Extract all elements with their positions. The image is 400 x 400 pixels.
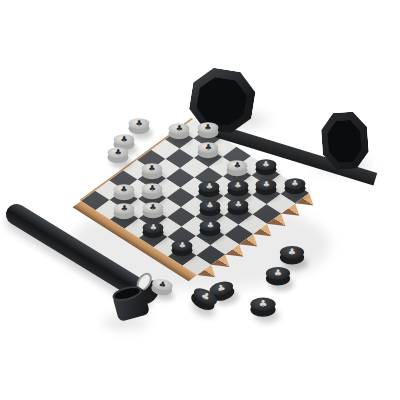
- knot-logo-symbol: ♣: [274, 267, 282, 280]
- checker-dark-r4c5[interactable]: ♣: [199, 200, 220, 216]
- knot-logo-symbol: ♣: [176, 123, 183, 134]
- knot-logo-symbol: ♣: [205, 142, 212, 153]
- checker-light-r1c2[interactable]: ♣: [198, 142, 219, 158]
- checker-top-face: ♣: [266, 267, 290, 280]
- knot-logo-symbol: ♣: [135, 118, 142, 129]
- checker-dark-offboard-2[interactable]: ♣: [250, 298, 275, 317]
- knot-logo-symbol: ♣: [179, 240, 186, 251]
- checker-dark-offboard-1[interactable]: ♣: [266, 267, 290, 285]
- knot-logo-symbol: ♣: [149, 183, 156, 194]
- checker-dark-offboard-0[interactable]: ♣: [280, 246, 304, 264]
- knot-logo-symbol: ♣: [216, 281, 227, 295]
- checker-light-r0c1[interactable]: ♣: [197, 122, 218, 138]
- checker-top-face: ♣: [142, 202, 163, 213]
- checker-light-offboard-2[interactable]: ♣: [108, 147, 129, 163]
- checker-light-r1c4[interactable]: ♣: [227, 160, 248, 176]
- octagon-end-cap-right-opening: [327, 119, 363, 163]
- checker-top-face: ♣: [141, 163, 162, 174]
- knot-logo-symbol: ♣: [121, 203, 128, 214]
- knot-logo-symbol: ♣: [206, 200, 213, 211]
- knot-logo-symbol: ♣: [263, 179, 270, 190]
- knot-logo-symbol: ♣: [235, 199, 242, 210]
- checker-top-face: ♣: [250, 298, 275, 311]
- checker-top-face: ♣: [198, 142, 219, 153]
- checker-top-face: ♣: [255, 159, 276, 170]
- checker-light-r7c2[interactable]: ♣: [114, 203, 135, 219]
- checker-dark-r3c6[interactable]: ♣: [228, 199, 249, 215]
- knot-logo-symbol: ♣: [120, 134, 127, 145]
- knot-logo-symbol: ♣: [206, 181, 213, 192]
- checker-top-face: ♣: [143, 222, 164, 233]
- checker-dark-r0c5[interactable]: ♣: [255, 159, 276, 175]
- checker-top-face: ♣: [228, 199, 249, 210]
- checker-dark-r7c4[interactable]: ♣: [143, 222, 164, 238]
- knot-logo-symbol: ♣: [158, 279, 167, 291]
- checker-top-face: ♣: [172, 240, 193, 251]
- checker-top-face: ♣: [114, 203, 135, 214]
- checker-top-face: ♣: [199, 181, 220, 192]
- checker-light-r4c1[interactable]: ♣: [141, 163, 162, 179]
- knot-logo-symbol: ♣: [234, 160, 241, 171]
- tube-cap-cup: [112, 287, 150, 322]
- checker-top-face: ♣: [169, 123, 190, 134]
- checker-light-offboard-3[interactable]: ♣: [150, 277, 173, 296]
- knot-logo-symbol: ♣: [204, 122, 211, 133]
- knot-logo-symbol: ♣: [234, 180, 241, 191]
- knot-logo-symbol: ♣: [114, 147, 121, 158]
- checker-top-face: ♣: [284, 178, 305, 189]
- checker-top-face: ♣: [200, 220, 221, 231]
- checker-light-r1c0[interactable]: ♣: [169, 123, 190, 139]
- checker-light-r6c1[interactable]: ♣: [113, 184, 134, 200]
- checker-dark-r7c6[interactable]: ♣: [172, 240, 193, 256]
- checker-light-r6c3[interactable]: ♣: [142, 202, 163, 218]
- checker-top-face: ♣: [113, 184, 134, 195]
- checker-light-r5c2[interactable]: ♣: [142, 183, 163, 199]
- knot-logo-symbol: ♣: [262, 159, 269, 170]
- checker-top-face: ♣: [142, 183, 163, 194]
- checker-dark-r1c6[interactable]: ♣: [256, 179, 277, 195]
- checker-top-face: ♣: [227, 180, 248, 191]
- checker-top-face: ♣: [197, 122, 218, 133]
- octagon-end-cap-left-opening: [194, 75, 249, 128]
- checker-dark-r0c7[interactable]: ♣: [284, 178, 305, 194]
- checker-dark-r5c6[interactable]: ♣: [200, 220, 221, 236]
- checker-top-face: ♣: [280, 246, 304, 259]
- knot-logo-symbol: ♣: [291, 178, 298, 189]
- knot-logo-symbol: ♣: [150, 222, 157, 233]
- checker-light-offboard-0[interactable]: ♣: [129, 118, 150, 134]
- checker-dark-r2c5[interactable]: ♣: [227, 180, 248, 196]
- knot-logo-symbol: ♣: [259, 298, 268, 311]
- knot-logo-symbol: ♣: [149, 202, 156, 213]
- knot-logo-symbol: ♣: [288, 246, 296, 259]
- knot-logo-symbol: ♣: [207, 220, 214, 231]
- knot-logo-symbol: ♣: [148, 163, 155, 174]
- product-photo-scene: Roll-up travel checkers set: perspective…: [0, 0, 400, 400]
- checker-top-face: ♣: [227, 160, 248, 171]
- checker-top-face: ♣: [129, 118, 150, 129]
- checker-dark-r3c4[interactable]: ♣: [199, 181, 220, 197]
- knot-logo-symbol: ♣: [120, 184, 127, 195]
- checker-top-face: ♣: [256, 179, 277, 190]
- checker-top-face: ♣: [114, 134, 135, 145]
- checker-top-face: ♣: [199, 200, 220, 211]
- checker-top-face: ♣: [108, 147, 129, 158]
